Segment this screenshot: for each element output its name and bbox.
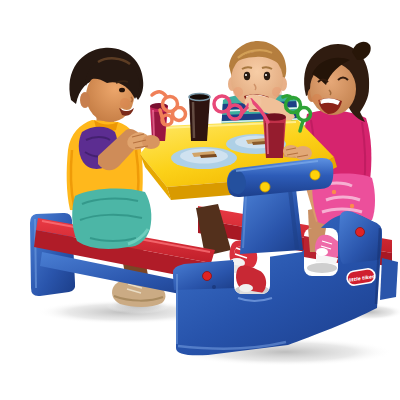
screw-yellow-left xyxy=(260,182,270,192)
leg-opening-right xyxy=(304,228,341,276)
left-boy-ear xyxy=(80,92,90,108)
screw-red-right xyxy=(356,228,365,237)
cup-cola xyxy=(189,94,210,142)
left-boy-eye xyxy=(119,88,125,93)
screw-yellow-right xyxy=(310,170,320,180)
screw-red-left xyxy=(203,272,212,281)
picnic-table-scene: little tikes xyxy=(0,0,400,400)
product-photo-stage: little tikes xyxy=(0,0,400,400)
